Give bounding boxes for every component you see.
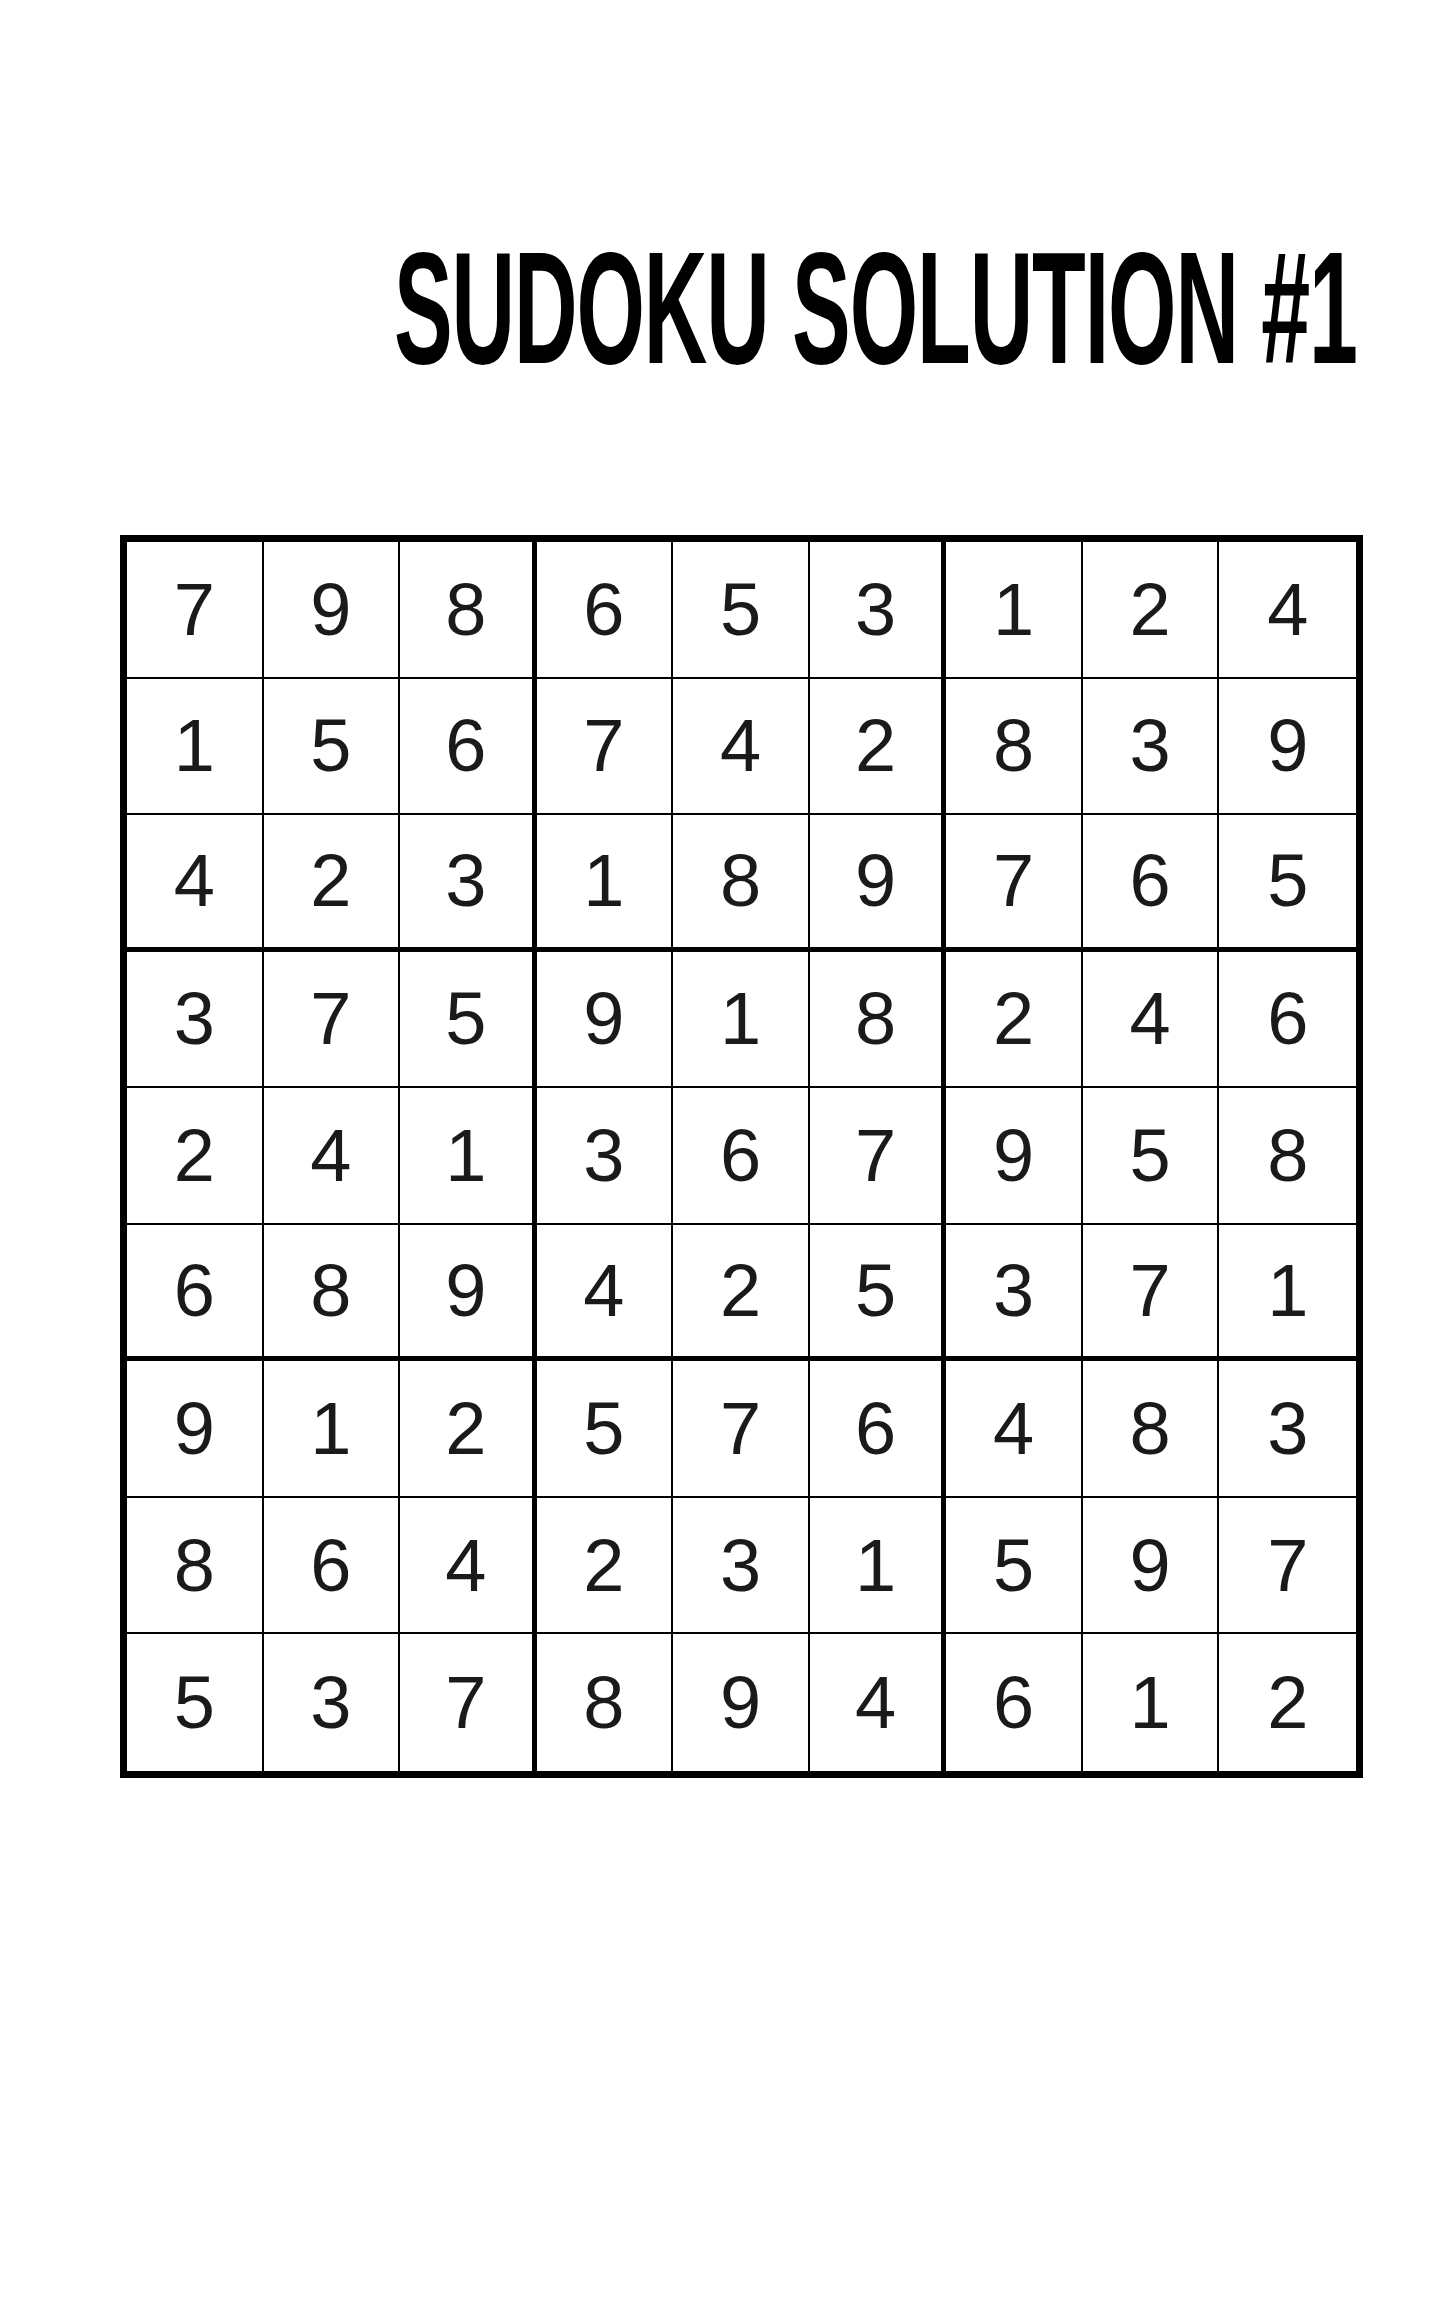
cell-r4c6: 8 (810, 952, 947, 1089)
cell-r8c2: 6 (264, 1498, 401, 1635)
cell-r9c1: 5 (127, 1634, 264, 1771)
cell-r6c1: 6 (127, 1225, 264, 1362)
cell-r3c6: 9 (810, 815, 947, 952)
cell-r3c2: 2 (264, 815, 401, 952)
cell-r8c7: 5 (946, 1498, 1083, 1635)
cell-r8c5: 3 (673, 1498, 810, 1635)
cell-r6c4: 4 (537, 1225, 674, 1362)
cell-r6c2: 8 (264, 1225, 401, 1362)
cell-r1c7: 1 (946, 542, 1083, 679)
cell-r9c7: 6 (946, 1634, 1083, 1771)
cell-r7c2: 1 (264, 1361, 401, 1498)
sudoku-board: 7986531241567428394231897653759182462413… (120, 535, 1363, 1778)
cell-r1c2: 9 (264, 542, 401, 679)
cell-r4c2: 7 (264, 952, 401, 1089)
cell-r2c8: 3 (1083, 679, 1220, 816)
cell-r1c3: 8 (400, 542, 537, 679)
cell-r6c9: 1 (1219, 1225, 1356, 1362)
cell-r3c4: 1 (537, 815, 674, 952)
cell-r4c5: 1 (673, 952, 810, 1089)
cell-r6c6: 5 (810, 1225, 947, 1362)
cell-r2c1: 1 (127, 679, 264, 816)
cell-r7c9: 3 (1219, 1361, 1356, 1498)
cell-r4c9: 6 (1219, 952, 1356, 1089)
cell-r6c7: 3 (946, 1225, 1083, 1362)
cell-r8c1: 8 (127, 1498, 264, 1635)
cell-r9c2: 3 (264, 1634, 401, 1771)
cell-r6c8: 7 (1083, 1225, 1220, 1362)
cell-r6c3: 9 (400, 1225, 537, 1362)
cell-r3c8: 6 (1083, 815, 1220, 952)
cell-r1c8: 2 (1083, 542, 1220, 679)
cell-r8c6: 1 (810, 1498, 947, 1635)
cell-r3c5: 8 (673, 815, 810, 952)
cell-r9c4: 8 (537, 1634, 674, 1771)
cell-r5c7: 9 (946, 1088, 1083, 1225)
cell-r6c5: 2 (673, 1225, 810, 1362)
cell-r5c6: 7 (810, 1088, 947, 1225)
cell-r2c5: 4 (673, 679, 810, 816)
cell-r4c4: 9 (537, 952, 674, 1089)
cell-r4c7: 2 (946, 952, 1083, 1089)
cell-r2c6: 2 (810, 679, 947, 816)
cell-r7c1: 9 (127, 1361, 264, 1498)
cell-r7c6: 6 (810, 1361, 947, 1498)
cell-r8c4: 2 (537, 1498, 674, 1635)
cell-r9c9: 2 (1219, 1634, 1356, 1771)
page-title-row: SUDOKU SOLUTION #1 (0, 228, 1445, 388)
cell-r7c3: 2 (400, 1361, 537, 1498)
cell-r5c8: 5 (1083, 1088, 1220, 1225)
cell-r1c1: 7 (127, 542, 264, 679)
cell-r7c7: 4 (946, 1361, 1083, 1498)
cell-r2c2: 5 (264, 679, 401, 816)
cell-r8c8: 9 (1083, 1498, 1220, 1635)
cell-r3c3: 3 (400, 815, 537, 952)
cell-r8c9: 7 (1219, 1498, 1356, 1635)
cell-r1c6: 3 (810, 542, 947, 679)
cell-r9c8: 1 (1083, 1634, 1220, 1771)
cell-r5c2: 4 (264, 1088, 401, 1225)
cell-r7c8: 8 (1083, 1361, 1220, 1498)
cell-r9c5: 9 (673, 1634, 810, 1771)
cell-r2c4: 7 (537, 679, 674, 816)
cell-r3c9: 5 (1219, 815, 1356, 952)
cell-r9c6: 4 (810, 1634, 947, 1771)
cell-r2c3: 6 (400, 679, 537, 816)
cell-r2c9: 9 (1219, 679, 1356, 816)
cell-r5c1: 2 (127, 1088, 264, 1225)
cell-r8c3: 4 (400, 1498, 537, 1635)
cell-r7c4: 5 (537, 1361, 674, 1498)
page-title: SUDOKU SOLUTION #1 (394, 228, 1357, 388)
cell-r5c3: 1 (400, 1088, 537, 1225)
cell-r1c9: 4 (1219, 542, 1356, 679)
cell-r4c3: 5 (400, 952, 537, 1089)
cell-r5c9: 8 (1219, 1088, 1356, 1225)
cell-r1c4: 6 (537, 542, 674, 679)
cell-r3c7: 7 (946, 815, 1083, 952)
cell-r4c1: 3 (127, 952, 264, 1089)
cell-r3c1: 4 (127, 815, 264, 952)
cell-r5c5: 6 (673, 1088, 810, 1225)
cell-r5c4: 3 (537, 1088, 674, 1225)
cell-r7c5: 7 (673, 1361, 810, 1498)
cell-r4c8: 4 (1083, 952, 1220, 1089)
cell-r1c5: 5 (673, 542, 810, 679)
cell-r2c7: 8 (946, 679, 1083, 816)
page: { "game": "sudoku", "kind": "solution-pa… (0, 0, 1445, 2312)
cell-r9c3: 7 (400, 1634, 537, 1771)
